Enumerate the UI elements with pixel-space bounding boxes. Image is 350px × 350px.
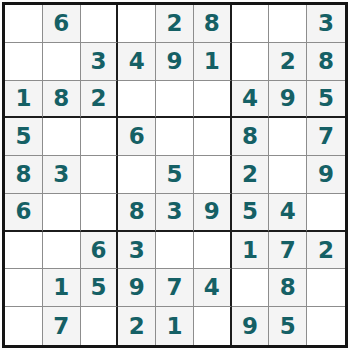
cell-r5c7-given: 2 [232,156,270,194]
cell-r8c9-empty[interactable] [307,269,345,307]
cell-r8c2-given: 1 [43,269,81,307]
cell-r6c5-given: 3 [156,194,194,232]
cell-r6c8-given: 4 [269,194,307,232]
cell-r4c3-empty[interactable] [81,118,119,156]
cell-r6c4-given: 8 [118,194,156,232]
cell-r6c7-given: 5 [232,194,270,232]
cell-r7c7-given: 1 [232,232,270,270]
cell-r5c3-empty[interactable] [81,156,119,194]
cell-r2c7-empty[interactable] [232,43,270,81]
cell-r7c3-given: 6 [81,232,119,270]
sudoku-frame: 6283349128182495568783529683954631721597… [0,0,350,350]
cell-r9c1-empty[interactable] [5,307,43,345]
cell-r2c8-given: 2 [269,43,307,81]
cell-r7c5-empty[interactable] [156,232,194,270]
cell-r2c3-given: 3 [81,43,119,81]
cell-r9c9-empty[interactable] [307,307,345,345]
cell-r7c8-given: 7 [269,232,307,270]
cell-r9c3-empty[interactable] [81,307,119,345]
cell-r5c2-given: 3 [43,156,81,194]
cell-r7c2-empty[interactable] [43,232,81,270]
cell-r1c1-empty[interactable] [5,5,43,43]
cell-r8c4-given: 9 [118,269,156,307]
cell-r3c7-given: 4 [232,81,270,119]
cell-r4c1-given: 5 [5,118,43,156]
cell-r6c3-empty[interactable] [81,194,119,232]
cell-r3c2-given: 8 [43,81,81,119]
cell-r5c9-given: 9 [307,156,345,194]
cell-r2c2-empty[interactable] [43,43,81,81]
cell-r4c9-given: 7 [307,118,345,156]
cell-r3c9-given: 5 [307,81,345,119]
cell-r3c1-given: 1 [5,81,43,119]
cell-r8c3-given: 5 [81,269,119,307]
cell-r4c8-empty[interactable] [269,118,307,156]
cell-r2c6-given: 1 [194,43,232,81]
cell-r3c4-empty[interactable] [118,81,156,119]
cell-r5c5-given: 5 [156,156,194,194]
cell-r8c5-given: 7 [156,269,194,307]
cell-r6c9-empty[interactable] [307,194,345,232]
cell-r9c6-empty[interactable] [194,307,232,345]
cell-r2c5-given: 9 [156,43,194,81]
cell-r2c4-given: 4 [118,43,156,81]
cell-r9c5-given: 1 [156,307,194,345]
cell-r1c7-empty[interactable] [232,5,270,43]
cell-r1c4-empty[interactable] [118,5,156,43]
cell-r1c5-given: 2 [156,5,194,43]
cell-r1c9-given: 3 [307,5,345,43]
cell-r3c6-empty[interactable] [194,81,232,119]
cell-r7c1-empty[interactable] [5,232,43,270]
cell-r6c6-given: 9 [194,194,232,232]
cell-r9c7-given: 9 [232,307,270,345]
cell-r5c8-empty[interactable] [269,156,307,194]
cell-r1c6-given: 8 [194,5,232,43]
cell-r7c4-given: 3 [118,232,156,270]
cell-r8c8-given: 8 [269,269,307,307]
cell-r8c6-given: 4 [194,269,232,307]
cell-r3c5-empty[interactable] [156,81,194,119]
cell-r3c3-given: 2 [81,81,119,119]
cell-r2c9-given: 8 [307,43,345,81]
cell-r6c2-empty[interactable] [43,194,81,232]
cell-r6c1-given: 6 [5,194,43,232]
cell-r5c4-empty[interactable] [118,156,156,194]
cell-r1c8-empty[interactable] [269,5,307,43]
sudoku-board: 6283349128182495568783529683954631721597… [2,2,348,348]
cell-r1c3-empty[interactable] [81,5,119,43]
cell-r7c6-empty[interactable] [194,232,232,270]
cell-r2c1-empty[interactable] [5,43,43,81]
cell-r1c2-given: 6 [43,5,81,43]
cell-r9c2-given: 7 [43,307,81,345]
cell-r4c5-empty[interactable] [156,118,194,156]
cell-r4c4-given: 6 [118,118,156,156]
cell-r5c6-empty[interactable] [194,156,232,194]
cell-r5c1-given: 8 [5,156,43,194]
cell-r4c6-empty[interactable] [194,118,232,156]
cell-r9c4-given: 2 [118,307,156,345]
cell-r4c7-given: 8 [232,118,270,156]
cell-r8c1-empty[interactable] [5,269,43,307]
cell-r3c8-given: 9 [269,81,307,119]
cell-r8c7-empty[interactable] [232,269,270,307]
cell-r9c8-given: 5 [269,307,307,345]
cell-r4c2-empty[interactable] [43,118,81,156]
cell-r7c9-given: 2 [307,232,345,270]
